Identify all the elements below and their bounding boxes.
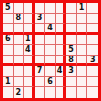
cell-r2c5[interactable] <box>45 14 56 25</box>
cell-r8c1[interactable]: 1 <box>3 77 14 88</box>
cell-r3c6[interactable] <box>56 24 67 35</box>
cell-r8c7[interactable] <box>66 77 77 88</box>
cell-r3c8[interactable] <box>77 24 88 35</box>
cell-r7c2[interactable] <box>14 66 25 77</box>
cell-r4c7[interactable] <box>66 35 77 46</box>
cell-r6c2[interactable] <box>14 56 25 67</box>
cell-r4c1[interactable]: 6 <box>3 35 14 46</box>
cell-r8c2[interactable] <box>14 77 25 88</box>
cell-r7c4[interactable]: 7 <box>35 66 46 77</box>
cell-r5c9[interactable] <box>87 45 98 56</box>
cell-r9c2[interactable]: 2 <box>14 87 25 98</box>
cell-r6c3[interactable] <box>24 56 35 67</box>
cell-r5c4[interactable] <box>35 45 46 56</box>
cell-r6c7[interactable]: 8 <box>66 56 77 67</box>
cell-r2c7[interactable] <box>66 14 77 25</box>
cell-r5c8[interactable] <box>77 45 88 56</box>
cell-r2c1[interactable] <box>3 14 14 25</box>
cell-r9c6[interactable] <box>56 87 67 98</box>
cell-r7c5[interactable] <box>45 66 56 77</box>
cell-r7c7[interactable]: 3 <box>66 66 77 77</box>
sudoku-app: 51834614583743162 <box>0 0 101 101</box>
cell-r9c8[interactable] <box>77 87 88 98</box>
cell-r3c1[interactable] <box>3 24 14 35</box>
cell-r5c2[interactable] <box>14 45 25 56</box>
sudoku-board: 51834614583743162 <box>0 0 101 101</box>
cell-r1c1[interactable]: 5 <box>3 3 14 14</box>
cell-r2c9[interactable] <box>87 14 98 25</box>
cell-r3c2[interactable] <box>14 24 25 35</box>
cell-r6c8[interactable] <box>77 56 88 67</box>
cell-r5c6[interactable] <box>56 45 67 56</box>
cell-r8c4[interactable] <box>35 77 46 88</box>
cell-r2c4[interactable]: 3 <box>35 14 46 25</box>
cell-r3c7[interactable] <box>66 24 77 35</box>
cell-r9c4[interactable] <box>35 87 46 98</box>
cell-r2c8[interactable] <box>77 14 88 25</box>
cell-r7c3[interactable] <box>24 66 35 77</box>
cell-r3c9[interactable] <box>87 24 98 35</box>
cell-r1c8[interactable]: 1 <box>77 3 88 14</box>
cell-r1c2[interactable] <box>14 3 25 14</box>
cell-r7c8[interactable] <box>77 66 88 77</box>
cell-r1c5[interactable] <box>45 3 56 14</box>
cell-r1c7[interactable] <box>66 3 77 14</box>
cell-r9c3[interactable] <box>24 87 35 98</box>
cell-r9c5[interactable] <box>45 87 56 98</box>
cell-r9c1[interactable] <box>3 87 14 98</box>
cell-r2c3[interactable] <box>24 14 35 25</box>
cell-r4c4[interactable] <box>35 35 46 46</box>
cell-r3c3[interactable] <box>24 24 35 35</box>
cell-r3c4[interactable] <box>35 24 46 35</box>
cell-r4c2[interactable] <box>14 35 25 46</box>
cell-r8c9[interactable] <box>87 77 98 88</box>
cell-r1c9[interactable] <box>87 3 98 14</box>
cell-r2c6[interactable] <box>56 14 67 25</box>
cell-r8c6[interactable] <box>56 77 67 88</box>
cell-r4c8[interactable] <box>77 35 88 46</box>
cell-r8c5[interactable]: 6 <box>45 77 56 88</box>
cell-r2c2[interactable]: 8 <box>14 14 25 25</box>
cell-r6c5[interactable] <box>45 56 56 67</box>
cell-r8c3[interactable] <box>24 77 35 88</box>
cell-r8c8[interactable] <box>77 77 88 88</box>
cell-r6c4[interactable] <box>35 56 46 67</box>
cell-r3c5[interactable]: 4 <box>45 24 56 35</box>
cell-r5c3[interactable]: 4 <box>24 45 35 56</box>
cell-r9c9[interactable] <box>87 87 98 98</box>
cell-r7c6[interactable]: 4 <box>56 66 67 77</box>
cell-r5c1[interactable] <box>3 45 14 56</box>
cell-r6c9[interactable]: 3 <box>87 56 98 67</box>
cell-r4c6[interactable] <box>56 35 67 46</box>
cell-r9c7[interactable] <box>66 87 77 98</box>
cell-r5c5[interactable] <box>45 45 56 56</box>
cell-r5c7[interactable]: 5 <box>66 45 77 56</box>
cell-r7c9[interactable] <box>87 66 98 77</box>
cell-r4c9[interactable] <box>87 35 98 46</box>
cell-r7c1[interactable] <box>3 66 14 77</box>
cell-r6c6[interactable] <box>56 56 67 67</box>
cell-r4c5[interactable] <box>45 35 56 46</box>
cell-r1c3[interactable] <box>24 3 35 14</box>
cell-r4c3[interactable]: 1 <box>24 35 35 46</box>
cell-r6c1[interactable] <box>3 56 14 67</box>
cell-r1c6[interactable] <box>56 3 67 14</box>
cell-r1c4[interactable] <box>35 3 46 14</box>
